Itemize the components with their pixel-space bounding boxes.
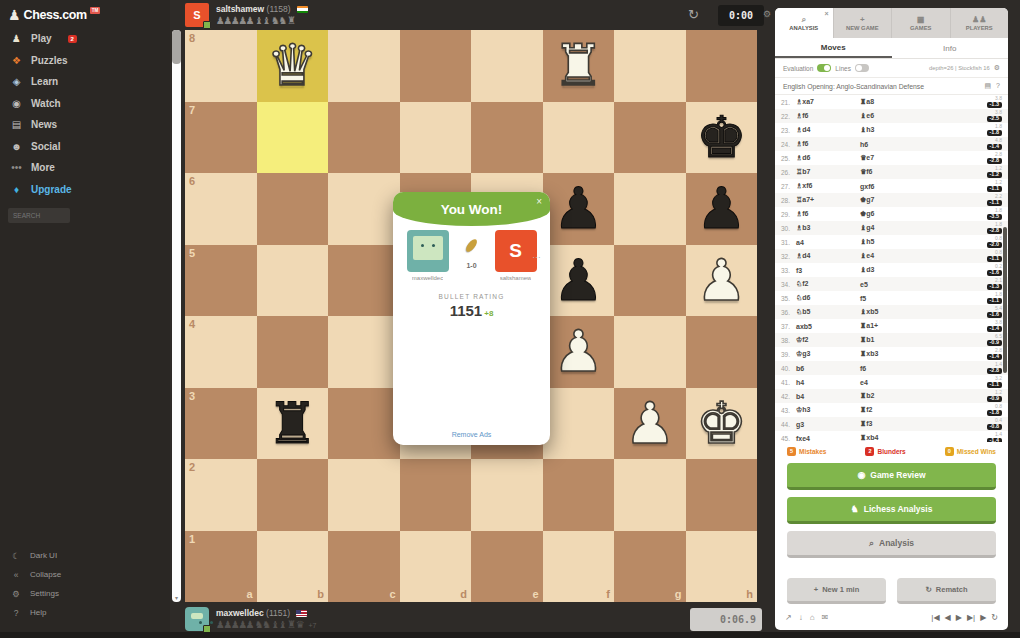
scrollbar-down-arrow[interactable]: ▾ [172,594,181,601]
square-h4[interactable] [686,316,758,388]
close-icon[interactable]: × [536,196,542,207]
chat-icon[interactable]: ✉ [822,613,829,622]
analysis-summary: 5Mistakes2Blunders0Missed Wins [775,442,1008,460]
search-input[interactable] [8,208,70,223]
tab-label: NEW GAME [846,25,879,31]
square-d8[interactable] [400,30,472,102]
chesscom-app: { "game": "chess", "position": "1Q3R2/7k… [0,0,1020,638]
player-clock-value: 0:06.9 [720,614,756,625]
game-review-label: Game Review [870,470,925,480]
black-move[interactable]: ♜b2 [860,392,924,400]
square-g2[interactable] [614,459,686,531]
opponent-name[interactable]: saltshamew (1158) [216,4,308,14]
move-eval: 2.2-1.1 [987,194,1002,206]
sidebar-item-upgrade[interactable]: ♦Upgrade [0,179,170,201]
players-icon: ♟♟ [972,16,986,24]
player-name[interactable]: maxwelldec (1151) [216,608,307,618]
sidebar-footer-help[interactable]: ?Help [0,603,170,622]
bullet-icon [464,237,479,253]
black-move[interactable]: ♜xb3 [860,350,924,358]
sidebar-item-news[interactable]: ▤News [0,114,170,136]
square-h3[interactable]: ♚ [686,388,758,460]
move-eval: 2.8-1.4 [987,348,1002,360]
panel-footer: ↗↓⌂✉ |◀◀▶▶|▶↻ [775,604,1008,630]
square-d7[interactable] [400,102,472,174]
white-queen[interactable]: ♛ [267,37,318,94]
square-c8[interactable] [328,30,400,102]
move-eval: 0.4-0.8 [987,418,1002,430]
library-icon[interactable]: ⌂ [810,613,815,622]
tab-games[interactable]: ▦GAMES [892,8,951,38]
white-move[interactable]: ♗d4 [796,126,860,134]
square-f4[interactable]: ♟ [543,316,615,388]
move-rows: 21.♗xa7♜a83.8-1.322.♗f6♝e63.8-2.523.♗d4♝… [775,95,1008,442]
square-f5[interactable]: ♟ [543,245,615,317]
move-row: 39.♔g3♜xb32.8-1.4 [775,347,1008,361]
move-eval: 1.2-0.9 [987,390,1002,402]
white-move[interactable]: ♗d6 [796,154,860,162]
book-icon[interactable]: ▤ [984,82,991,90]
white-rook[interactable]: ♜ [553,37,604,94]
online-indicator [203,21,211,29]
square-b4[interactable] [257,316,329,388]
square-a2[interactable]: 2 [185,459,257,531]
sidebar: ♟ Chess.com TM ♟Play2❖Puzzles◈Learn◉Watc… [0,0,170,638]
square-e8[interactable] [471,30,543,102]
move-row: 42.b4♜b21.2-0.9 [775,389,1008,403]
move-eval: 6.5-0.9 [987,334,1002,346]
black-move[interactable]: ♝g4 [860,224,924,232]
flip-board-icon[interactable]: ↻ [688,7,699,22]
sidebar-item-watch[interactable]: ◉Watch [0,93,170,115]
white-move[interactable]: a4 [796,239,860,246]
upgrade-icon: ♦ [10,184,23,195]
share-tools: ↗↓⌂✉ [785,613,828,622]
square-f3[interactable] [543,388,615,460]
white-move[interactable]: ♘f2 [796,280,860,288]
tab-label: GAMES [910,25,931,31]
previous-move-icon[interactable]: ◀ [945,613,951,622]
black-move[interactable]: ♜f3 [860,420,924,428]
square-d2[interactable] [400,459,472,531]
games-icon: ▦ [917,16,925,24]
square-c2[interactable] [328,459,400,531]
opening-name: English Opening: Anglo-Scandinavian Defe… [783,83,924,90]
move-row: 22.♗f6♝e63.8-2.5 [775,109,1008,123]
move-row: 44.g3♜f30.4-0.8 [775,417,1008,431]
square-h2[interactable] [686,459,758,531]
opponent-avatar-letter: S [193,9,200,21]
square-a8[interactable]: 8 [185,30,257,102]
player-clock: 0:06.9 [690,608,762,631]
sidebar-item-label: Upgrade [31,184,72,195]
move-row: 32.♗d4♝e40.8-1.1 [775,249,1008,263]
eval-chip: -1.1 [987,298,1002,305]
lines-label: Lines [835,65,851,72]
square-e7[interactable] [471,102,543,174]
player-avatar[interactable] [185,607,209,631]
square-a6[interactable]: 6 [185,173,257,245]
engine-controls: Evaluation Lines depth=26 | Stockfish 16… [775,59,1008,78]
tab-players[interactable]: ♟♟PLAYERS [951,8,1009,38]
opponent-avatar[interactable]: S [185,3,209,27]
black-king[interactable]: ♚ [696,109,747,166]
square-b6[interactable] [257,173,329,245]
move-eval: 1.8-1.8 [987,124,1002,136]
rematch-label: Rematch [936,585,968,594]
sidebar-footer-label: Settings [30,589,59,598]
file-label-h: h [746,588,753,600]
move-row: 28.♖a7+♚g72.2-1.1 [775,193,1008,207]
square-h1[interactable]: h [686,531,758,603]
social-icon: ☻ [10,141,23,152]
sidebar-footer-collapse[interactable]: «Collapse [0,565,170,584]
eval-chip: -1.1 [987,186,1002,193]
white-king[interactable]: ♚ [696,395,747,452]
sidebar-item-label: Play [31,33,52,44]
rank-label-5: 5 [189,247,195,259]
square-c3[interactable] [328,388,400,460]
move-number: 25. [781,155,796,162]
square-g4[interactable] [614,316,686,388]
board-settings-gear-icon[interactable]: ⚙ [763,9,771,19]
plus-icon: + [814,585,818,594]
sidebar-item-learn[interactable]: ◈Learn [0,71,170,93]
square-c4[interactable] [328,316,400,388]
rating-value: 1151+8 [393,302,550,319]
white-move[interactable]: axb5 [796,323,860,330]
summary-missed-wins[interactable]: 0Missed Wins [945,447,996,456]
tab-new-game[interactable]: +NEW GAME [834,8,893,38]
black-move[interactable]: ♝e4 [860,252,924,260]
move-row: 31.a4♝h50.8-2.0 [775,235,1008,249]
square-d1[interactable]: d [400,531,472,603]
collapse-icon: « [10,570,22,580]
sidebar-footer-dark-ui[interactable]: ☾Dark UI [0,546,170,565]
sidebar-footer-label: Help [30,608,46,617]
eval-chip: -2.5 [987,116,1002,123]
black-move[interactable]: ♝xb5 [860,308,924,316]
player-username: maxwelldec [216,608,264,618]
movelist-scrollbar[interactable] [1003,227,1007,373]
white-move[interactable]: h4 [796,379,860,386]
square-c5[interactable] [328,245,400,317]
white-player-avatar[interactable] [407,230,449,272]
square-e1[interactable]: e [471,531,543,603]
square-c6[interactable] [328,173,400,245]
move-number: 27. [781,183,796,190]
black-move[interactable]: h6 [860,141,924,148]
file-label-b: b [317,588,324,600]
square-g3[interactable]: ♟ [614,388,686,460]
white-move[interactable]: ♗f6 [796,140,860,148]
sidebar-item-label: Social [31,141,60,152]
sidebar-item-label: News [31,119,57,130]
move-eval: 0.8-2.0 [987,236,1002,248]
subtab-moves[interactable]: Moves [775,38,892,58]
black-pawn[interactable]: ♟ [696,180,747,237]
black-move[interactable]: ♚g6 [860,210,924,218]
white-move[interactable]: b4 [796,393,860,400]
engine-settings-gear-icon[interactable]: ⚙ [994,64,1000,72]
move-row: 34.♘f2e52.1-1.3 [775,277,1008,291]
dark-ui-icon: ☾ [10,551,22,561]
black-move[interactable]: ♜b1 [860,336,924,344]
dialog-options-icon[interactable]: … [532,250,542,260]
square-a1[interactable]: 1a [185,531,257,603]
black-move[interactable]: e5 [860,281,924,288]
play-icon: ♟ [10,33,23,44]
square-f1[interactable]: f [543,531,615,603]
white-move[interactable]: ♔g3 [796,350,860,358]
score: 1-0 [466,262,476,269]
autoplay-icon[interactable]: ▶ [980,613,986,622]
square-a4[interactable]: 4 [185,316,257,388]
summary-mistakes[interactable]: 5Mistakes [787,447,826,456]
square-f6[interactable]: ♟ [543,173,615,245]
new-game-button[interactable]: + New 1 min [787,578,886,604]
white-move[interactable]: ♗f6 [796,210,860,218]
engine-info: depth=26 | Stockfish 16 [929,65,990,71]
eval-chip: -2.8 [987,158,1002,165]
white-move[interactable]: ♗xf6 [796,182,860,190]
summary-count: 5 [787,447,796,456]
eval-chip: -1.6 [987,270,1002,277]
sidebar-item-more[interactable]: •••More [0,157,170,179]
square-a3[interactable]: 3 [185,388,257,460]
move-number: 38. [781,337,796,344]
player-captured-pieces: ♟♟♟♟♟ ♞♞ ♝♝ ♜ ♛ +7 [216,619,317,630]
black-rook[interactable]: ♜ [267,395,318,452]
black-pawn[interactable]: ♟ [553,252,604,309]
black-move[interactable]: ♜f2 [860,406,924,414]
tab-label: PLAYERS [966,25,993,31]
opponent-username: saltshamew [216,4,264,14]
black-move[interactable]: ♛e7 [860,154,924,162]
move-number: 28. [781,197,796,204]
sidebar-footer: ☾Dark UI«Collapse⚙Settings?Help [0,546,170,622]
sidebar-item-play[interactable]: ♟Play2 [0,28,170,50]
eval-chip: -1.8 [987,130,1002,137]
rank-label-8: 8 [189,32,195,44]
evaluation-label: Evaluation [783,65,813,72]
move-eval: 1.2-1.2 [987,166,1002,178]
sidebar-item-puzzles[interactable]: ❖Puzzles [0,50,170,72]
lichess-label: Lichess Analysis [864,504,933,514]
square-a7[interactable]: 7 [185,102,257,174]
eval-chip: -1.1 [987,382,1002,389]
square-b7[interactable] [257,102,329,174]
rematch-row: + New 1 min ↻ Rematch [787,578,996,604]
sidebar-item-social[interactable]: ☻Social [0,136,170,158]
move-row: 40.b6f61.4-2.8 [775,361,1008,375]
opponent-clock-value: 0:00 [729,10,753,21]
summary-blunders[interactable]: 2Blunders [865,447,905,456]
eval-chip: -1.4 [987,326,1002,333]
subtab-info[interactable]: Info [892,38,1009,58]
square-b2[interactable] [257,459,329,531]
move-eval: 3.8-1.4 [987,320,1002,332]
square-b3[interactable]: ♜ [257,388,329,460]
panel-tabs: ⌕ANALYSIS×+NEW GAME▦GAMES♟♟PLAYERS [775,8,1008,38]
rank-label-7: 7 [189,104,195,116]
white-move[interactable]: ♗d4 [796,252,860,260]
move-eval: 1.4-1.4 [987,432,1002,442]
white-move[interactable]: ♖a7+ [796,196,860,204]
white-move[interactable]: ♔h3 [796,406,860,414]
settings-icon: ⚙ [10,589,22,599]
white-move[interactable]: ♗b3 [796,224,860,232]
help-icon[interactable]: ? [996,82,1000,90]
square-h5[interactable]: ♟ [686,245,758,317]
square-e2[interactable] [471,459,543,531]
rematch-button[interactable]: ↻ Rematch [897,578,996,604]
first-move-icon[interactable]: |◀ [931,613,939,622]
square-h8[interactable] [686,30,758,102]
tab-close-icon[interactable]: × [824,10,828,17]
square-g5[interactable] [614,245,686,317]
square-b5[interactable] [257,245,329,317]
eval-chip: -1.8 [987,410,1002,417]
move-number: 24. [781,141,796,148]
share-icon[interactable]: ↗ [785,613,792,622]
white-move[interactable]: ♘d6 [796,294,860,302]
page-scrollbar[interactable]: ▾ [172,30,181,602]
black-move[interactable]: ♛f6 [860,168,924,176]
move-eval: 5.4-1.6 [987,306,1002,318]
evaluation-toggle[interactable] [817,64,831,72]
square-b1[interactable]: b [257,531,329,603]
sidebar-footer-settings[interactable]: ⚙Settings [0,584,170,603]
dialog-white-player: maxwelldec [405,230,451,281]
move-eval: 0.8-1.8 [987,404,1002,416]
white-move[interactable]: ♔f2 [796,336,860,344]
square-g7[interactable] [614,102,686,174]
new-game-icon: + [860,16,865,24]
white-move[interactable]: ♖b7 [796,168,860,176]
game-over-dialog: You Won! × maxwelldec 1-0 S saltshamew …… [393,192,550,445]
scrollbar-thumb[interactable] [172,30,181,64]
black-move[interactable]: gxf6 [860,183,924,190]
black-player-avatar[interactable]: S [495,230,537,272]
black-move[interactable]: ♝h5 [860,238,924,246]
chesscom-logo[interactable]: ♟ Chess.com TM [0,0,170,28]
sidebar-nav: ♟Play2❖Puzzles◈Learn◉Watch▤News☻Social••… [0,28,170,200]
last-move-icon[interactable]: ▶| [967,613,975,622]
white-pawn[interactable]: ♟ [696,252,747,309]
player-captured-glyphs: ♟♟♟♟♟ ♞♞ ♝♝ ♜ ♛ [216,619,303,630]
eval-chip: -2.8 [987,368,1002,375]
move-eval: 1.8-3.5 [987,208,1002,220]
white-pawn[interactable]: ♟ [624,395,675,452]
lichess-analysis-button[interactable]: ♞ Lichess Analysis [787,497,996,524]
eval-chip: -1.6 [987,312,1002,319]
square-b8[interactable]: ♛ [257,30,329,102]
square-c1[interactable]: c [328,531,400,603]
square-f7[interactable] [543,102,615,174]
move-eval: 0.8-1.1 [987,250,1002,262]
black-move[interactable]: f5 [860,295,924,302]
white-move[interactable]: g3 [796,421,860,428]
white-player-name: maxwelldec [412,275,443,281]
move-number: 43. [781,407,796,414]
eval-chip: -0.9 [987,340,1002,347]
black-move[interactable]: ♜a8 [860,98,924,106]
white-move[interactable]: f3 [796,267,860,274]
tab-analysis[interactable]: ⌕ANALYSIS× [775,8,834,38]
move-number: 41. [781,379,796,386]
dialog-players: maxwelldec 1-0 S saltshamew [393,230,550,281]
move-eval: 1.2-1.1 [987,180,1002,192]
black-move[interactable]: ♜xb4 [860,434,924,442]
eval-chip: -1.3 [987,102,1002,109]
black-move[interactable]: ♝h3 [860,126,924,134]
black-move[interactable]: ♚g7 [860,196,924,204]
move-eval: 1.8-1.1 [987,292,1002,304]
remove-ads-link[interactable]: Remove Ads [393,431,550,438]
new-game-label: New 1 min [822,585,859,594]
opening-row[interactable]: English Opening: Anglo-Scandinavian Defe… [775,78,1008,95]
lines-toggle[interactable] [855,64,869,72]
square-g8[interactable] [614,30,686,102]
move-number: 42. [781,393,796,400]
download-icon[interactable]: ↓ [799,613,803,622]
player-bar: maxwelldec (1151) ♟♟♟♟♟ ♞♞ ♝♝ ♜ ♛ +7 [185,607,757,633]
move-row: 38.♔f2♜b16.5-0.9 [775,333,1008,347]
white-pawn[interactable]: ♟ [553,323,604,380]
opponent-captured-pieces: ♟♟♟♟♟ ♝♝ ♞♞ ♜ [216,15,294,26]
magnifier-icon: ⌕ [869,538,874,549]
game-review-button[interactable]: ◉ Game Review [787,463,996,490]
black-move[interactable]: ♜a1+ [860,322,924,330]
white-move[interactable]: ♘b5 [796,308,860,316]
white-move[interactable]: ♗xa7 [796,98,860,106]
black-pawn[interactable]: ♟ [553,180,604,237]
move-eval: 3.2-1.1 [987,376,1002,388]
analysis-button[interactable]: ⌕ Analysis [787,531,996,558]
flip-icon[interactable]: ↻ [991,613,998,622]
white-move[interactable]: ♗f6 [796,112,860,120]
black-move[interactable]: ♝d3 [860,266,924,274]
opponent-clock: 0:00 [718,5,764,26]
square-f2[interactable] [543,459,615,531]
rating-label: BULLET RATING [393,293,550,300]
move-number: 37. [781,323,796,330]
black-move[interactable]: f6 [860,365,924,372]
move-row: 33.f3♝d30.2-1.6 [775,263,1008,277]
black-move[interactable]: ♝e6 [860,112,924,120]
rematch-icon: ↻ [926,585,932,594]
move-row: 25.♗d6♛e72.8-2.8 [775,151,1008,165]
square-g6[interactable] [614,173,686,245]
notification-badge: 2 [68,35,77,43]
square-g1[interactable]: g [614,531,686,603]
puzzles-icon: ❖ [10,55,23,66]
square-a5[interactable]: 5 [185,245,257,317]
white-move[interactable]: fxe4 [796,435,860,442]
square-c7[interactable] [328,102,400,174]
white-move[interactable]: b6 [796,365,860,372]
sidebar-footer-label: Collapse [30,570,61,579]
square-h7[interactable]: ♚ [686,102,758,174]
square-h6[interactable]: ♟ [686,173,758,245]
file-label-e: e [532,588,538,600]
next-move-icon[interactable]: ▶ [956,613,962,622]
dialog-title: You Won! [441,202,503,217]
black-move[interactable]: e4 [860,379,924,386]
square-f8[interactable]: ♜ [543,30,615,102]
summary-label: Missed Wins [957,448,996,455]
